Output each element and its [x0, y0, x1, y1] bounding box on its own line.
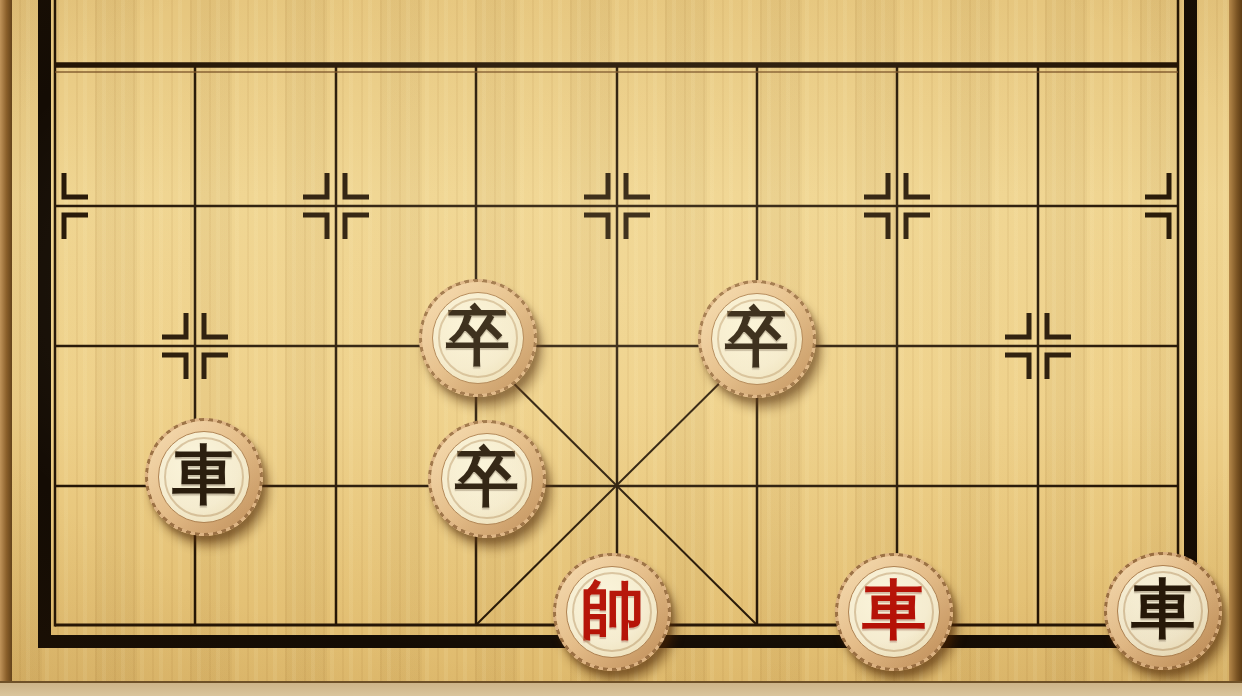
- position-mark: [906, 215, 930, 239]
- piece-glyph: 卒: [725, 305, 789, 369]
- piece-face: 卒: [432, 292, 524, 384]
- piece-black-chariot-b2[interactable]: 車: [145, 418, 263, 536]
- position-mark: [906, 173, 930, 197]
- piece-face: 卒: [711, 293, 803, 385]
- position-mark: [345, 215, 369, 239]
- piece-black-chariot-i1[interactable]: 車: [1104, 552, 1222, 670]
- piece-red-general-e1[interactable]: 帥: [553, 553, 671, 671]
- piece-face: 車: [158, 431, 250, 523]
- piece-face: 帥: [566, 566, 658, 658]
- position-mark: [1005, 313, 1029, 337]
- position-mark: [626, 173, 650, 197]
- position-mark: [1047, 355, 1071, 379]
- piece-glyph: 車: [1131, 577, 1195, 641]
- piece-glyph: 帥: [580, 578, 644, 642]
- piece-glyph: 車: [862, 578, 926, 642]
- position-mark: [204, 313, 228, 337]
- position-mark: [303, 215, 327, 239]
- position-mark: [204, 355, 228, 379]
- position-mark: [1005, 355, 1029, 379]
- position-mark: [584, 215, 608, 239]
- piece-glyph: 卒: [455, 445, 519, 509]
- position-mark: [64, 173, 88, 197]
- position-mark: [162, 355, 186, 379]
- piece-glyph: 卒: [446, 304, 510, 368]
- position-mark: [584, 173, 608, 197]
- position-mark: [64, 215, 88, 239]
- xiangqi-board: 卒卒卒車帥車車: [0, 0, 1242, 696]
- position-mark: [626, 215, 650, 239]
- position-mark: [864, 215, 888, 239]
- position-mark: [162, 313, 186, 337]
- piece-face: 卒: [441, 433, 533, 525]
- position-mark: [864, 173, 888, 197]
- piece-red-chariot-g1[interactable]: 車: [835, 553, 953, 671]
- piece-face: 車: [848, 566, 940, 658]
- piece-black-soldier-d2[interactable]: 卒: [428, 420, 546, 538]
- piece-black-soldier-d3[interactable]: 卒: [419, 279, 537, 397]
- position-mark: [1145, 173, 1169, 197]
- position-mark: [1145, 215, 1169, 239]
- piece-black-soldier-f3[interactable]: 卒: [698, 280, 816, 398]
- piece-face: 車: [1117, 565, 1209, 657]
- position-mark: [303, 173, 327, 197]
- piece-glyph: 車: [172, 443, 236, 507]
- position-mark: [345, 173, 369, 197]
- position-mark: [1047, 313, 1071, 337]
